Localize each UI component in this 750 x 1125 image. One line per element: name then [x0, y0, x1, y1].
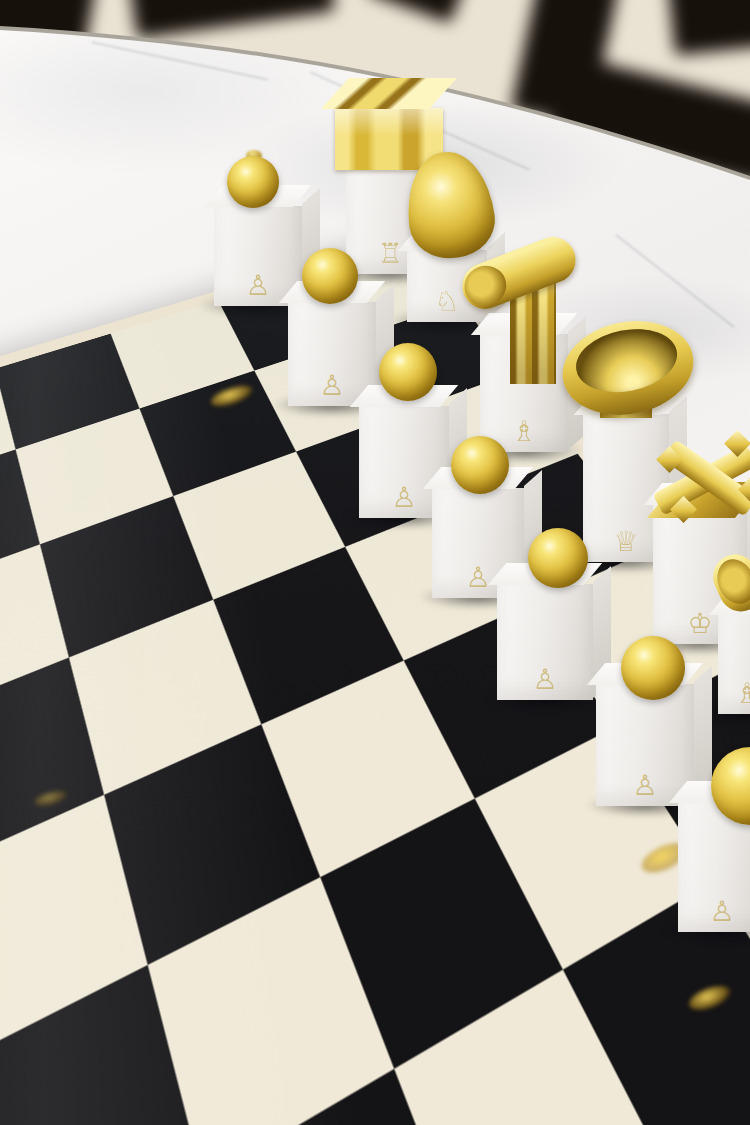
piece-glyph: ♗: [734, 680, 750, 708]
rug-black-shape: [366, 0, 475, 23]
piece-glyph: ♙: [532, 666, 557, 694]
piece-glyph: ♗: [511, 418, 536, 446]
rug-black-shape: [125, 0, 336, 38]
brass-king-cross-crown: [658, 438, 750, 524]
marble-base-block: ♙: [596, 684, 694, 806]
brass-pawn-sphere: [528, 528, 588, 588]
marble-base-block: ♙: [497, 584, 593, 700]
rug-black-shape: [665, 0, 750, 55]
brass-pawn-sphere: [621, 636, 685, 700]
marble-vein: [615, 234, 734, 328]
brass-pawn-sphere: [227, 156, 279, 208]
piece-glyph: ♙: [245, 272, 270, 300]
piece-glyph: ♙: [709, 898, 734, 926]
piece-glyph: ♙: [391, 484, 416, 512]
piece-glyph: ♙: [632, 772, 657, 800]
photo-scene: ♖ ♙ ♘ ♙ ♗ ♙ ♕ ♙ ♔: [0, 0, 750, 1125]
piece-glyph: ♖: [377, 240, 402, 268]
brass-pawn-sphere: [379, 343, 437, 401]
brass-pawn-sphere: [451, 436, 509, 494]
marble-base-block: ♗: [718, 614, 750, 714]
piece-glyph: ♘: [434, 288, 459, 316]
brass-pawn-sphere: [302, 248, 358, 304]
piece-glyph: ♙: [319, 372, 344, 400]
piece-glyph: ♕: [613, 528, 638, 556]
piece-glyph: ♙: [465, 564, 490, 592]
